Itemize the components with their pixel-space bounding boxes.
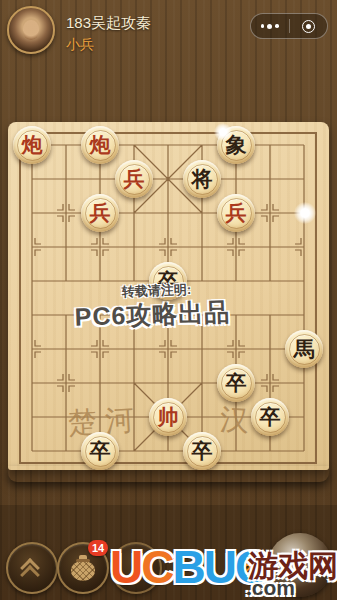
piece-black-馬[interactable]: 馬 xyxy=(285,330,323,368)
board-edge xyxy=(8,466,329,482)
piece-red-兵[interactable]: 兵 xyxy=(81,194,119,232)
ucbug-watermark: UCBUG xyxy=(110,540,269,594)
piece-red-兵[interactable]: 兵 xyxy=(115,160,153,198)
ucbug-letter: C xyxy=(141,541,172,593)
more-button[interactable] xyxy=(251,14,289,38)
player-avatar[interactable] xyxy=(7,6,55,54)
piece-black-将[interactable]: 将 xyxy=(183,160,221,198)
close-minimize-button[interactable] xyxy=(290,14,328,38)
piece-black-卒[interactable]: 卒 xyxy=(183,432,221,470)
collapse-button[interactable] xyxy=(6,542,58,594)
ucbug-com-watermark: .com xyxy=(246,576,295,600)
app-screen: 183吴起攻秦 小兵 楚河 汉界 炮炮象兵将兵兵卒馬卒帅卒卒卒 转载请注明: P… xyxy=(0,0,337,600)
piece-black-卒[interactable]: 卒 xyxy=(251,398,289,436)
ucbug-letter: B xyxy=(172,541,203,593)
money-bag-icon xyxy=(71,561,95,581)
piece-red-兵[interactable]: 兵 xyxy=(217,194,255,232)
wechat-capsule xyxy=(250,13,328,39)
piece-red-炮[interactable]: 炮 xyxy=(13,126,51,164)
chevron-up-icon xyxy=(21,561,43,579)
target-circle-icon xyxy=(302,20,315,33)
piece-black-卒[interactable]: 卒 xyxy=(81,432,119,470)
ucbug-letter: U xyxy=(110,541,141,593)
more-dots-icon xyxy=(261,24,279,29)
notification-badge: 14 xyxy=(88,540,108,556)
piece-red-炮[interactable]: 炮 xyxy=(81,126,119,164)
player-rank: 小兵 xyxy=(66,36,94,54)
piece-black-卒[interactable]: 卒 xyxy=(217,364,255,402)
level-title: 183吴起攻秦 xyxy=(66,14,151,33)
sparkle-effect-edge xyxy=(294,202,316,224)
piece-red-帅[interactable]: 帅 xyxy=(149,398,187,436)
ucbug-letter: U xyxy=(204,541,235,593)
sparkle-effect-elephant xyxy=(214,123,232,141)
